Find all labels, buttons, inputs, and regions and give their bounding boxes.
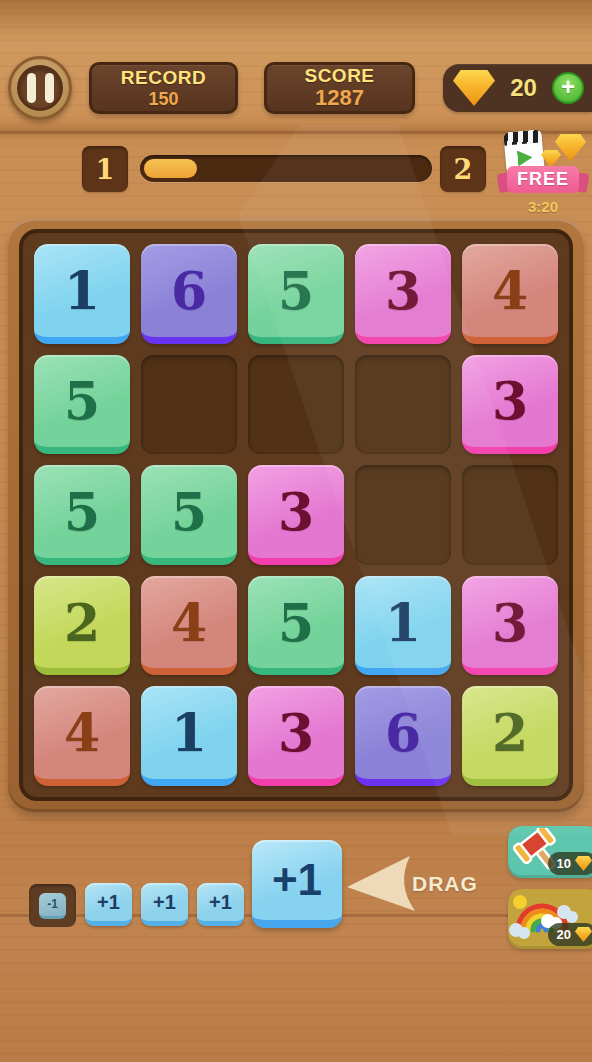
tile-r4c1-value-2[interactable]: 2 bbox=[34, 576, 130, 676]
free-label: FREE bbox=[507, 166, 579, 193]
tile-r1c2-value-6[interactable]: 6 bbox=[141, 244, 237, 344]
tile-r5c2-value-1[interactable]: 1 bbox=[141, 686, 237, 786]
gem-counter-panel: 20 + bbox=[443, 64, 592, 112]
board-grid: 16534535532451341362 bbox=[19, 229, 573, 801]
record-label: RECORD bbox=[121, 67, 206, 88]
queue-counter-tile: -1 bbox=[39, 893, 66, 919]
gem-icon bbox=[575, 927, 592, 942]
game-screen: RECORD 150 SCORE 1287 20 + 1 2 FREE 3:20… bbox=[0, 0, 592, 1062]
tile-r1c1-value-1[interactable]: 1 bbox=[34, 244, 130, 344]
rainbow-cost-pill: 20 bbox=[548, 923, 592, 946]
empty-cell-r2c3 bbox=[248, 355, 344, 455]
drag-label: DRAG bbox=[412, 872, 478, 896]
tile-r5c5-value-2[interactable]: 2 bbox=[462, 686, 558, 786]
score-label: SCORE bbox=[304, 65, 374, 86]
add-gems-button[interactable]: + bbox=[552, 72, 584, 104]
hammer-booster-button[interactable]: 10 bbox=[508, 826, 592, 878]
tile-r4c3-value-5[interactable]: 5 bbox=[248, 576, 344, 676]
gem-count: 20 bbox=[495, 74, 552, 102]
gem-icon bbox=[453, 70, 495, 106]
free-timer: 3:20 bbox=[497, 198, 589, 215]
empty-cell-r2c2 bbox=[141, 355, 237, 455]
free-ribbon: FREE bbox=[501, 166, 585, 194]
record-panel: RECORD 150 bbox=[89, 62, 238, 114]
queue-counter: -1 bbox=[29, 884, 76, 927]
queue-tile-1[interactable]: +1 bbox=[85, 883, 132, 926]
tile-r2c1-value-5[interactable]: 5 bbox=[34, 355, 130, 455]
queue-tile-2[interactable]: +1 bbox=[141, 883, 188, 926]
pause-button[interactable] bbox=[8, 56, 72, 120]
level-progress-bar bbox=[140, 155, 432, 182]
tile-r5c4-value-6[interactable]: 6 bbox=[355, 686, 451, 786]
level-next-badge: 2 bbox=[440, 146, 486, 192]
drag-arrow-icon bbox=[344, 851, 422, 915]
tile-r3c2-value-5[interactable]: 5 bbox=[141, 465, 237, 565]
tile-r1c3-value-5[interactable]: 5 bbox=[248, 244, 344, 344]
tile-r5c3-value-3[interactable]: 3 bbox=[248, 686, 344, 786]
empty-cell-r2c4 bbox=[355, 355, 451, 455]
tile-r3c1-value-5[interactable]: 5 bbox=[34, 465, 130, 565]
hammer-cost-pill: 10 bbox=[548, 852, 592, 875]
rainbow-booster-button[interactable]: 20 bbox=[508, 889, 592, 949]
gem-icon bbox=[575, 856, 592, 871]
level-current-badge: 1 bbox=[82, 146, 128, 192]
empty-cell-r3c4 bbox=[355, 465, 451, 565]
score-panel: SCORE 1287 bbox=[264, 62, 415, 114]
tile-r5c1-value-4[interactable]: 4 bbox=[34, 686, 130, 786]
tile-r2c5-value-3[interactable]: 3 bbox=[462, 355, 558, 455]
score-value: 1287 bbox=[315, 86, 364, 111]
tile-r4c2-value-4[interactable]: 4 bbox=[141, 576, 237, 676]
tile-r1c4-value-3[interactable]: 3 bbox=[355, 244, 451, 344]
tile-r4c5-value-3[interactable]: 3 bbox=[462, 576, 558, 676]
pause-icon bbox=[17, 65, 63, 111]
record-value: 150 bbox=[148, 89, 178, 109]
rainbow-cost: 20 bbox=[557, 927, 571, 942]
game-board: 16534535532451341362 bbox=[8, 218, 584, 812]
queue-tile-3[interactable]: +1 bbox=[197, 883, 244, 926]
active-drag-tile[interactable]: +1 bbox=[252, 840, 342, 928]
gold-gem-icon bbox=[555, 134, 586, 161]
hammer-cost: 10 bbox=[557, 856, 571, 871]
tile-r1c5-value-4[interactable]: 4 bbox=[462, 244, 558, 344]
empty-cell-r3c5 bbox=[462, 465, 558, 565]
free-reward-button[interactable]: FREE 3:20 bbox=[497, 126, 589, 220]
tile-r3c3-value-3[interactable]: 3 bbox=[248, 465, 344, 565]
level-progress-fill bbox=[144, 159, 197, 178]
tile-r4c4-value-1[interactable]: 1 bbox=[355, 576, 451, 676]
